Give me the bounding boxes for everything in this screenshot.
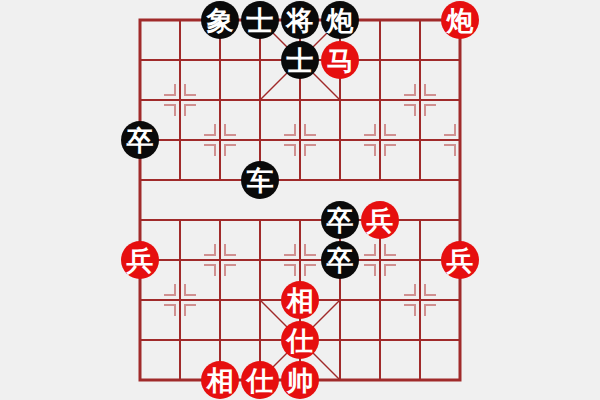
- point-mark: [385, 124, 396, 135]
- piece-black-advisor[interactable]: 士: [281, 41, 319, 79]
- point-mark: [385, 265, 396, 276]
- point-mark: [284, 124, 295, 135]
- point-mark: [225, 124, 236, 135]
- point-mark: [305, 265, 316, 276]
- point-mark: [204, 265, 215, 276]
- piece-black-cannon[interactable]: 炮: [321, 1, 359, 39]
- piece-red-soldier[interactable]: 兵: [441, 241, 479, 279]
- point-mark: [284, 265, 295, 276]
- piece-red-soldier[interactable]: 兵: [361, 201, 399, 239]
- piece-black-elephant[interactable]: 象: [201, 1, 239, 39]
- point-mark: [225, 244, 236, 255]
- point-mark: [385, 145, 396, 156]
- point-mark: [164, 305, 175, 316]
- point-mark: [225, 265, 236, 276]
- point-mark: [164, 284, 175, 295]
- point-mark: [185, 84, 196, 95]
- point-mark: [404, 84, 415, 95]
- point-mark: [204, 124, 215, 135]
- point-mark: [444, 145, 455, 156]
- piece-red-cannon[interactable]: 炮: [441, 1, 479, 39]
- point-mark: [425, 84, 436, 95]
- point-mark: [404, 305, 415, 316]
- piece-red-soldier[interactable]: 兵: [121, 241, 159, 279]
- point-mark: [425, 105, 436, 116]
- piece-red-elephant[interactable]: 相: [281, 281, 319, 319]
- point-mark: [444, 124, 455, 135]
- xiangqi-board-stage: 象士将炮炮士马卒车卒兵兵卒兵相仕相仕帅: [0, 0, 600, 400]
- piece-black-general[interactable]: 将: [281, 1, 319, 39]
- piece-black-chariot[interactable]: 车: [241, 161, 279, 199]
- point-mark: [284, 244, 295, 255]
- piece-black-soldier[interactable]: 卒: [321, 201, 359, 239]
- point-mark: [225, 145, 236, 156]
- point-mark: [364, 265, 375, 276]
- point-mark: [284, 145, 295, 156]
- piece-red-elephant[interactable]: 相: [201, 361, 239, 399]
- piece-black-advisor[interactable]: 士: [241, 1, 279, 39]
- point-mark: [425, 305, 436, 316]
- point-mark: [305, 145, 316, 156]
- point-mark: [404, 284, 415, 295]
- point-mark: [425, 284, 436, 295]
- point-mark: [185, 305, 196, 316]
- piece-black-soldier[interactable]: 卒: [121, 121, 159, 159]
- point-mark: [185, 284, 196, 295]
- piece-red-advisor[interactable]: 仕: [281, 321, 319, 359]
- point-mark: [305, 124, 316, 135]
- piece-red-advisor[interactable]: 仕: [241, 361, 279, 399]
- point-mark: [204, 145, 215, 156]
- point-mark: [164, 84, 175, 95]
- point-mark: [364, 124, 375, 135]
- point-mark: [364, 145, 375, 156]
- point-mark: [204, 244, 215, 255]
- point-mark: [404, 105, 415, 116]
- point-mark: [364, 244, 375, 255]
- piece-black-soldier[interactable]: 卒: [321, 241, 359, 279]
- piece-red-general[interactable]: 帅: [281, 361, 319, 399]
- point-mark: [185, 105, 196, 116]
- piece-red-horse[interactable]: 马: [321, 41, 359, 79]
- point-mark: [164, 105, 175, 116]
- point-mark: [305, 244, 316, 255]
- point-mark: [385, 244, 396, 255]
